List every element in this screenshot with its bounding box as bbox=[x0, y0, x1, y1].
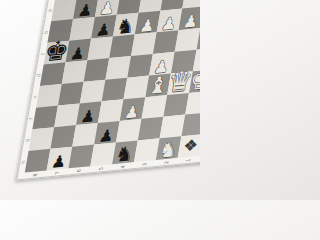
rank-label-8: 8 bbox=[32, 172, 38, 179]
square-e1[interactable]: ♚ bbox=[189, 69, 200, 93]
white-knight-h2[interactable]: ♞ bbox=[157, 138, 179, 160]
rank-label-7: 7 bbox=[54, 170, 60, 177]
rank-label-4: 4 bbox=[120, 163, 126, 170]
rank-label-6: 6 bbox=[76, 168, 82, 175]
speck-dots bbox=[0, 0, 1, 1]
square-h1[interactable]: ❖ bbox=[178, 134, 200, 158]
white-pawn-b3[interactable]: ♟ bbox=[160, 15, 178, 33]
black-pawn-b6[interactable]: ♟ bbox=[94, 21, 112, 39]
black-knight-h4[interactable]: ♞ bbox=[114, 143, 136, 165]
rank-label-1: 1 bbox=[185, 157, 191, 164]
black-pawn-a7[interactable]: ♟ bbox=[76, 2, 94, 20]
chess-board: ♟♟♟♞♟♟♟♚♟♟♝♛♚♟♟♟♟♞♞❖ 87654321abcdefgh bbox=[16, 0, 200, 180]
rank-label-3: 3 bbox=[142, 161, 148, 168]
white-pawn-f4[interactable]: ♟ bbox=[123, 104, 141, 122]
square-c8[interactable]: ♚ bbox=[44, 41, 70, 65]
rank-label-2: 2 bbox=[163, 159, 169, 166]
black-pawn-f6[interactable]: ♟ bbox=[79, 108, 97, 126]
corner-emblem-icon: ❖ bbox=[182, 137, 199, 154]
white-pawn-b4[interactable]: ♟ bbox=[138, 17, 156, 35]
photo-canvas: ♟♟♟♞♟♟♟♚♟♟♝♛♚♟♟♟♟♞♞❖ 87654321abcdefgh bbox=[0, 0, 200, 200]
black-king-c8[interactable]: ♚ bbox=[42, 36, 71, 65]
square-b2[interactable]: ♟ bbox=[179, 6, 201, 30]
black-pawn-c7[interactable]: ♟ bbox=[69, 45, 87, 63]
black-pawn-h7[interactable]: ♟ bbox=[50, 153, 68, 171]
white-pawn-b2[interactable]: ♟ bbox=[182, 13, 200, 31]
board-grid: ♟♟♟♞♟♟♟♚♟♟♝♛♚♟♟♟♟♞♞❖ bbox=[25, 0, 200, 173]
white-pawn-a6[interactable]: ♟ bbox=[98, 0, 116, 18]
square-g1[interactable] bbox=[181, 112, 200, 136]
black-pawn-g5[interactable]: ♟ bbox=[97, 127, 115, 145]
black-knight-b5[interactable]: ♞ bbox=[114, 15, 136, 37]
rank-label-5: 5 bbox=[98, 165, 104, 172]
